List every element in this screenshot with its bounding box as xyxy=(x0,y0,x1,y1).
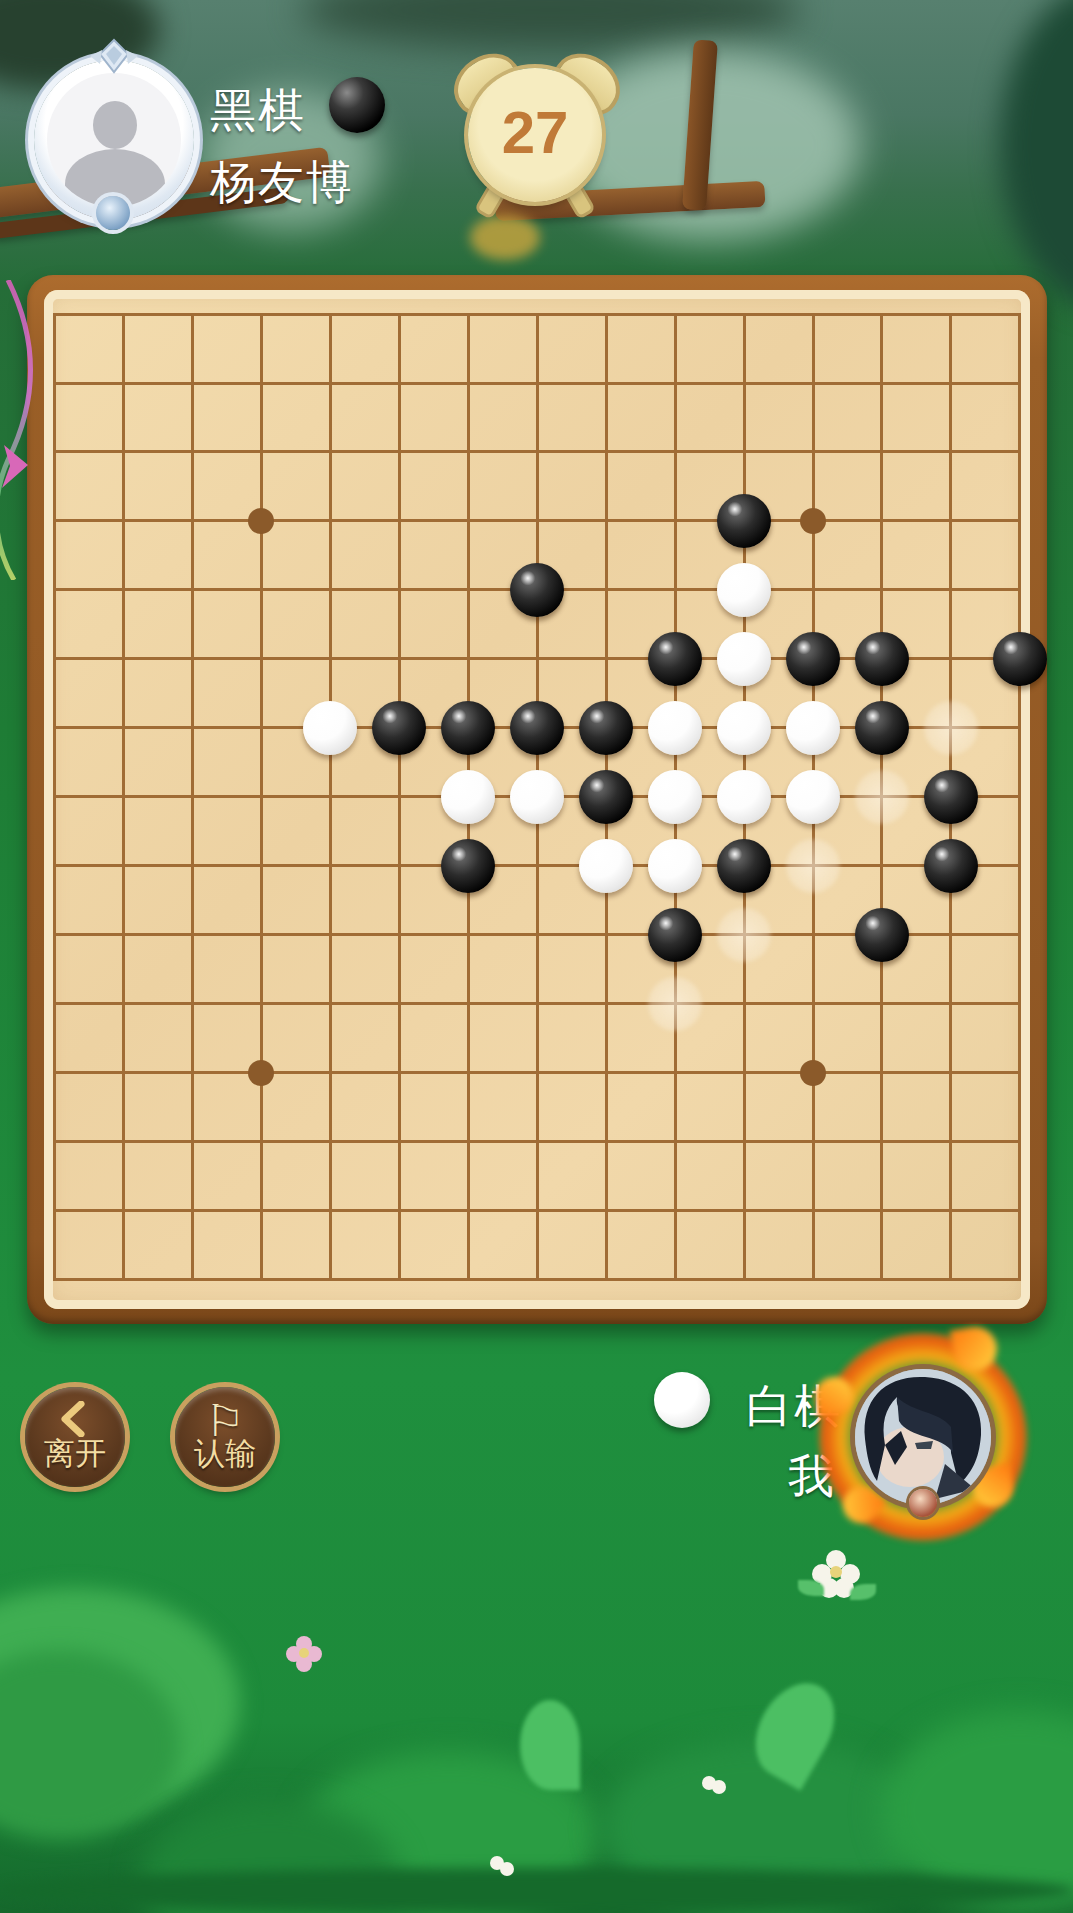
white-player-avatar xyxy=(833,1347,1013,1527)
resign-button-label: 认输 xyxy=(175,1433,275,1475)
stone-white xyxy=(648,701,702,755)
resign-button[interactable]: ⚐ 认输 xyxy=(175,1387,275,1487)
leaf-sprig xyxy=(520,1700,580,1790)
stone-black xyxy=(855,632,909,686)
avatar-placeholder xyxy=(47,73,181,207)
stone-black xyxy=(855,701,909,755)
stone-black xyxy=(441,839,495,893)
stone-black xyxy=(786,632,840,686)
stone-ghost-white xyxy=(924,701,978,755)
stone-white xyxy=(441,770,495,824)
stone-ghost-white xyxy=(855,770,909,824)
frame-crown-ornament xyxy=(84,38,144,78)
grid-line-horizontal xyxy=(53,1071,1021,1074)
stone-ghost-white xyxy=(648,977,702,1031)
stone-white xyxy=(717,770,771,824)
grid-line-horizontal xyxy=(53,1140,1021,1143)
timer-value: 27 xyxy=(468,98,602,167)
grid-line-horizontal xyxy=(53,864,1021,867)
person-silhouette-head xyxy=(93,101,137,149)
stone-white xyxy=(510,770,564,824)
stone-white xyxy=(717,701,771,755)
leave-button[interactable]: 离开 xyxy=(25,1387,125,1487)
treeline-blur xyxy=(300,0,800,50)
stone-white xyxy=(717,563,771,617)
black-side-label: 黑棋 xyxy=(210,80,306,142)
stone-white xyxy=(579,839,633,893)
stone-black xyxy=(648,632,702,686)
swirl-decoration xyxy=(0,280,54,580)
dark-right-foliage xyxy=(1000,0,1073,310)
stone-black xyxy=(372,701,426,755)
stone-black xyxy=(924,770,978,824)
stone-white xyxy=(717,632,771,686)
grid-line-horizontal xyxy=(53,1209,1021,1212)
move-timer: 27 xyxy=(468,68,602,202)
stone-black xyxy=(993,632,1047,686)
gold-decoration xyxy=(470,215,540,260)
stone-white xyxy=(648,770,702,824)
stone-black xyxy=(579,701,633,755)
frame-gem xyxy=(96,196,130,230)
avatar-frame-gem xyxy=(909,1489,937,1517)
anime-avatar-image xyxy=(855,1369,991,1505)
grid-line-horizontal xyxy=(53,1002,1021,1005)
stone-black xyxy=(510,701,564,755)
white-stone-badge xyxy=(654,1372,710,1428)
stone-ghost-white xyxy=(717,908,771,962)
stone-black xyxy=(441,701,495,755)
stone-white xyxy=(786,770,840,824)
stone-ghost-white xyxy=(786,839,840,893)
leave-button-label: 离开 xyxy=(25,1433,125,1475)
stone-black xyxy=(717,839,771,893)
anime-character xyxy=(855,1369,991,1505)
star-point xyxy=(248,1060,274,1086)
stone-black xyxy=(717,494,771,548)
game-screen: 黑棋 杨友博 27 离开 ⚐ 认输 白棋 我 xyxy=(0,0,1073,1913)
stone-white xyxy=(786,701,840,755)
star-point xyxy=(248,508,274,534)
stone-black xyxy=(648,908,702,962)
black-player-avatar xyxy=(34,60,194,220)
grid-line-horizontal xyxy=(53,1278,1021,1281)
star-point xyxy=(800,1060,826,1086)
bottom-grass-strip xyxy=(0,1868,1073,1913)
star-point xyxy=(800,508,826,534)
stone-black xyxy=(924,839,978,893)
back-chevron-icon xyxy=(55,1401,91,1437)
black-stone-badge xyxy=(329,77,385,133)
stone-black xyxy=(855,908,909,962)
stone-white xyxy=(303,701,357,755)
grid-line-vertical xyxy=(1018,313,1021,1281)
stone-white xyxy=(648,839,702,893)
black-player-name: 杨友博 xyxy=(210,152,354,214)
stone-black xyxy=(510,563,564,617)
board-frame xyxy=(27,275,1047,1324)
stone-black xyxy=(579,770,633,824)
gomoku-board[interactable] xyxy=(44,290,1030,1309)
